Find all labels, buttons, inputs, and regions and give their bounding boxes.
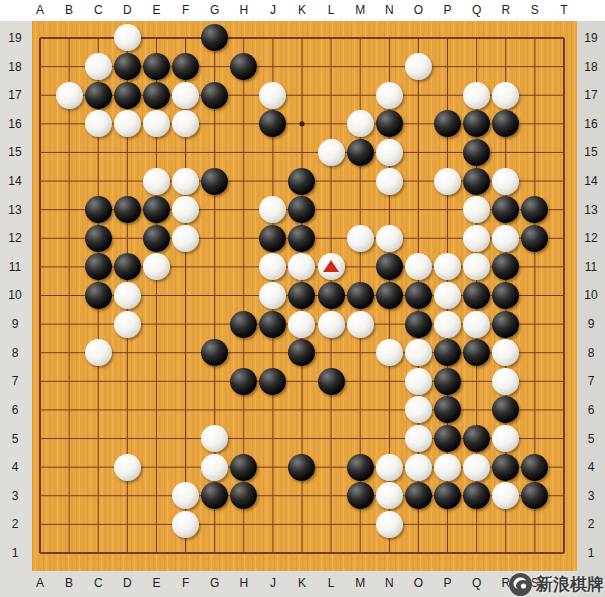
- board-cell-S18[interactable]: [520, 52, 549, 81]
- board-cell-B13[interactable]: [55, 195, 84, 224]
- board-cell-Q7[interactable]: [462, 367, 491, 396]
- board-cell-H4[interactable]: [229, 453, 258, 482]
- board-cell-J19[interactable]: [258, 24, 287, 53]
- board-cell-B15[interactable]: [55, 138, 84, 167]
- board-cell-N5[interactable]: [375, 424, 404, 453]
- board-cell-M5[interactable]: [346, 424, 375, 453]
- board-cell-R16[interactable]: [491, 110, 520, 139]
- board-cell-C19[interactable]: [84, 24, 113, 53]
- board-cell-D1[interactable]: [113, 539, 142, 568]
- board-cell-H6[interactable]: [229, 396, 258, 425]
- board-cell-N13[interactable]: [375, 195, 404, 224]
- board-cell-M18[interactable]: [346, 52, 375, 81]
- board-cell-D6[interactable]: [113, 396, 142, 425]
- board-cell-B7[interactable]: [55, 367, 84, 396]
- board-cell-J4[interactable]: [258, 453, 287, 482]
- board-cell-N15[interactable]: [375, 138, 404, 167]
- board-cell-R18[interactable]: [491, 52, 520, 81]
- board-cell-O5[interactable]: [404, 424, 433, 453]
- board-cell-A8[interactable]: [25, 338, 54, 367]
- board-cell-N1[interactable]: [375, 539, 404, 568]
- board-cell-G18[interactable]: [200, 52, 229, 81]
- board-cell-A6[interactable]: [25, 396, 54, 425]
- board-cell-O6[interactable]: [404, 396, 433, 425]
- board-cell-D11[interactable]: [113, 253, 142, 282]
- board-cell-M9[interactable]: [346, 310, 375, 339]
- board-cell-T5[interactable]: [549, 424, 578, 453]
- board-cell-K1[interactable]: [287, 539, 316, 568]
- board-cell-M4[interactable]: [346, 453, 375, 482]
- board-cell-O16[interactable]: [404, 110, 433, 139]
- board-cell-D12[interactable]: [113, 224, 142, 253]
- board-cell-Q13[interactable]: [462, 195, 491, 224]
- board-cell-P15[interactable]: [433, 138, 462, 167]
- board-cell-J16[interactable]: [258, 110, 287, 139]
- board-cell-C4[interactable]: [84, 453, 113, 482]
- board-cell-M10[interactable]: [346, 281, 375, 310]
- board-cell-C17[interactable]: [84, 81, 113, 110]
- board-cell-H11[interactable]: [229, 253, 258, 282]
- board-cell-A7[interactable]: [25, 367, 54, 396]
- board-cell-E10[interactable]: [142, 281, 171, 310]
- board-cell-F11[interactable]: [171, 253, 200, 282]
- board-cell-P2[interactable]: [433, 510, 462, 539]
- board-cell-G14[interactable]: [200, 167, 229, 196]
- board-cell-D4[interactable]: [113, 453, 142, 482]
- board-cell-E17[interactable]: [142, 81, 171, 110]
- board-cell-R1[interactable]: [491, 539, 520, 568]
- board-cell-Q16[interactable]: [462, 110, 491, 139]
- board-cell-S5[interactable]: [520, 424, 549, 453]
- board-cell-G6[interactable]: [200, 396, 229, 425]
- board-cell-Q2[interactable]: [462, 510, 491, 539]
- board-cell-R4[interactable]: [491, 453, 520, 482]
- board-cell-O1[interactable]: [404, 539, 433, 568]
- board-cell-L5[interactable]: [316, 424, 345, 453]
- board-cell-K6[interactable]: [287, 396, 316, 425]
- board-cell-M19[interactable]: [346, 24, 375, 53]
- board-cell-T11[interactable]: [549, 253, 578, 282]
- board-cell-A3[interactable]: [25, 481, 54, 510]
- board-cell-L1[interactable]: [316, 539, 345, 568]
- board-cell-D18[interactable]: [113, 52, 142, 81]
- board-cell-Q14[interactable]: [462, 167, 491, 196]
- board-cell-A5[interactable]: [25, 424, 54, 453]
- board-cell-E4[interactable]: [142, 453, 171, 482]
- board-cell-K14[interactable]: [287, 167, 316, 196]
- board-cell-N4[interactable]: [375, 453, 404, 482]
- board-cell-T12[interactable]: [549, 224, 578, 253]
- board-cell-N6[interactable]: [375, 396, 404, 425]
- board-cell-H12[interactable]: [229, 224, 258, 253]
- board-cell-L18[interactable]: [316, 52, 345, 81]
- board-cell-S19[interactable]: [520, 24, 549, 53]
- board-cell-P9[interactable]: [433, 310, 462, 339]
- board-cell-G7[interactable]: [200, 367, 229, 396]
- board-cell-D19[interactable]: [113, 24, 142, 53]
- board-cell-E11[interactable]: [142, 253, 171, 282]
- board-cell-F16[interactable]: [171, 110, 200, 139]
- board-cell-G17[interactable]: [200, 81, 229, 110]
- board-cell-G2[interactable]: [200, 510, 229, 539]
- board-cell-E2[interactable]: [142, 510, 171, 539]
- board-cell-A1[interactable]: [25, 539, 54, 568]
- board-cell-M17[interactable]: [346, 81, 375, 110]
- board-cell-H18[interactable]: [229, 52, 258, 81]
- board-cell-B18[interactable]: [55, 52, 84, 81]
- board-cell-M11[interactable]: [346, 253, 375, 282]
- board-cell-A19[interactable]: [25, 24, 54, 53]
- board-cell-J15[interactable]: [258, 138, 287, 167]
- board-cell-B3[interactable]: [55, 481, 84, 510]
- board-cell-K13[interactable]: [287, 195, 316, 224]
- board-cell-R13[interactable]: [491, 195, 520, 224]
- board-cell-M8[interactable]: [346, 338, 375, 367]
- board-cell-B19[interactable]: [55, 24, 84, 53]
- board-cell-L9[interactable]: [316, 310, 345, 339]
- board-cell-T17[interactable]: [549, 81, 578, 110]
- board-cell-C14[interactable]: [84, 167, 113, 196]
- board-cell-S3[interactable]: [520, 481, 549, 510]
- board-cell-G11[interactable]: [200, 253, 229, 282]
- board-cell-T19[interactable]: [549, 24, 578, 53]
- board-cell-G8[interactable]: [200, 338, 229, 367]
- board-cell-B16[interactable]: [55, 110, 84, 139]
- board-cell-E12[interactable]: [142, 224, 171, 253]
- board-cell-O14[interactable]: [404, 167, 433, 196]
- board-cell-E16[interactable]: [142, 110, 171, 139]
- board-cell-H10[interactable]: [229, 281, 258, 310]
- board-cell-N9[interactable]: [375, 310, 404, 339]
- board-cell-S9[interactable]: [520, 310, 549, 339]
- board-cell-O3[interactable]: [404, 481, 433, 510]
- board-cell-O2[interactable]: [404, 510, 433, 539]
- board-cell-N11[interactable]: [375, 253, 404, 282]
- board-cell-P8[interactable]: [433, 338, 462, 367]
- board-cell-N3[interactable]: [375, 481, 404, 510]
- board-cell-E13[interactable]: [142, 195, 171, 224]
- board-cell-M1[interactable]: [346, 539, 375, 568]
- board-cell-N14[interactable]: [375, 167, 404, 196]
- board-cell-O8[interactable]: [404, 338, 433, 367]
- board-cell-P7[interactable]: [433, 367, 462, 396]
- board-cell-O15[interactable]: [404, 138, 433, 167]
- board-cell-H8[interactable]: [229, 338, 258, 367]
- board-cell-G4[interactable]: [200, 453, 229, 482]
- board-cell-Q4[interactable]: [462, 453, 491, 482]
- board-cell-S14[interactable]: [520, 167, 549, 196]
- board-cell-O18[interactable]: [404, 52, 433, 81]
- board-cell-T3[interactable]: [549, 481, 578, 510]
- board-cell-F10[interactable]: [171, 281, 200, 310]
- board-cell-Q18[interactable]: [462, 52, 491, 81]
- board-cell-T4[interactable]: [549, 453, 578, 482]
- board-cell-L17[interactable]: [316, 81, 345, 110]
- board-cell-L16[interactable]: [316, 110, 345, 139]
- board-cell-S13[interactable]: [520, 195, 549, 224]
- board-cell-F8[interactable]: [171, 338, 200, 367]
- board-cell-F17[interactable]: [171, 81, 200, 110]
- board-cell-H3[interactable]: [229, 481, 258, 510]
- board-cell-G3[interactable]: [200, 481, 229, 510]
- board-cell-R19[interactable]: [491, 24, 520, 53]
- board-cell-O10[interactable]: [404, 281, 433, 310]
- board-cell-S17[interactable]: [520, 81, 549, 110]
- board-cell-T16[interactable]: [549, 110, 578, 139]
- board-cell-T8[interactable]: [549, 338, 578, 367]
- board-cell-B4[interactable]: [55, 453, 84, 482]
- board-cell-L12[interactable]: [316, 224, 345, 253]
- board-cell-H13[interactable]: [229, 195, 258, 224]
- board-cell-N16[interactable]: [375, 110, 404, 139]
- board-cell-S15[interactable]: [520, 138, 549, 167]
- board-cell-K8[interactable]: [287, 338, 316, 367]
- board-cell-G12[interactable]: [200, 224, 229, 253]
- board-cell-C16[interactable]: [84, 110, 113, 139]
- board-cell-N18[interactable]: [375, 52, 404, 81]
- board-cell-K9[interactable]: [287, 310, 316, 339]
- board-cell-B1[interactable]: [55, 539, 84, 568]
- board-cell-B6[interactable]: [55, 396, 84, 425]
- board-cell-K4[interactable]: [287, 453, 316, 482]
- board-cell-N7[interactable]: [375, 367, 404, 396]
- board-cell-J8[interactable]: [258, 338, 287, 367]
- board-cell-A17[interactable]: [25, 81, 54, 110]
- board-cell-B17[interactable]: [55, 81, 84, 110]
- board-cell-O11[interactable]: [404, 253, 433, 282]
- board-cell-H19[interactable]: [229, 24, 258, 53]
- board-cell-C12[interactable]: [84, 224, 113, 253]
- board-cell-D15[interactable]: [113, 138, 142, 167]
- board-cell-Q15[interactable]: [462, 138, 491, 167]
- board-cell-P5[interactable]: [433, 424, 462, 453]
- board-cell-A10[interactable]: [25, 281, 54, 310]
- board-cell-F19[interactable]: [171, 24, 200, 53]
- board-cell-T15[interactable]: [549, 138, 578, 167]
- board-cell-E5[interactable]: [142, 424, 171, 453]
- board-cell-N17[interactable]: [375, 81, 404, 110]
- board-cell-H2[interactable]: [229, 510, 258, 539]
- board-cell-L4[interactable]: [316, 453, 345, 482]
- board-cell-G5[interactable]: [200, 424, 229, 453]
- board-cell-E15[interactable]: [142, 138, 171, 167]
- board-cell-D17[interactable]: [113, 81, 142, 110]
- board-cell-F6[interactable]: [171, 396, 200, 425]
- board-cell-D8[interactable]: [113, 338, 142, 367]
- board-cell-G10[interactable]: [200, 281, 229, 310]
- board-cell-C9[interactable]: [84, 310, 113, 339]
- board-cell-P18[interactable]: [433, 52, 462, 81]
- board-cell-H14[interactable]: [229, 167, 258, 196]
- board-cell-E3[interactable]: [142, 481, 171, 510]
- board-cell-P16[interactable]: [433, 110, 462, 139]
- board-cell-C1[interactable]: [84, 539, 113, 568]
- board-cell-E18[interactable]: [142, 52, 171, 81]
- board-cell-P6[interactable]: [433, 396, 462, 425]
- board-cell-L11[interactable]: [316, 253, 345, 282]
- board-cell-F14[interactable]: [171, 167, 200, 196]
- board-cell-E9[interactable]: [142, 310, 171, 339]
- board-cell-T1[interactable]: [549, 539, 578, 568]
- board-cell-A12[interactable]: [25, 224, 54, 253]
- board-cell-B10[interactable]: [55, 281, 84, 310]
- board-cell-J12[interactable]: [258, 224, 287, 253]
- board-cell-E6[interactable]: [142, 396, 171, 425]
- board-cell-F18[interactable]: [171, 52, 200, 81]
- board-cell-B8[interactable]: [55, 338, 84, 367]
- board-cell-M12[interactable]: [346, 224, 375, 253]
- board-cell-T6[interactable]: [549, 396, 578, 425]
- board-cell-C8[interactable]: [84, 338, 113, 367]
- board-cell-L19[interactable]: [316, 24, 345, 53]
- board-cell-Q5[interactable]: [462, 424, 491, 453]
- board-cell-J1[interactable]: [258, 539, 287, 568]
- board-cell-H15[interactable]: [229, 138, 258, 167]
- board-cell-O17[interactable]: [404, 81, 433, 110]
- board-cell-K2[interactable]: [287, 510, 316, 539]
- board-cell-M15[interactable]: [346, 138, 375, 167]
- board-cell-H9[interactable]: [229, 310, 258, 339]
- board-cell-N8[interactable]: [375, 338, 404, 367]
- board-cell-M13[interactable]: [346, 195, 375, 224]
- board-cell-N10[interactable]: [375, 281, 404, 310]
- board-cell-N19[interactable]: [375, 24, 404, 53]
- board-cell-R8[interactable]: [491, 338, 520, 367]
- board-cell-S12[interactable]: [520, 224, 549, 253]
- board-cell-R3[interactable]: [491, 481, 520, 510]
- board-cell-A2[interactable]: [25, 510, 54, 539]
- board-cell-K19[interactable]: [287, 24, 316, 53]
- board-cell-T18[interactable]: [549, 52, 578, 81]
- board-cell-B9[interactable]: [55, 310, 84, 339]
- board-cell-F3[interactable]: [171, 481, 200, 510]
- board-cell-L14[interactable]: [316, 167, 345, 196]
- board-cell-C15[interactable]: [84, 138, 113, 167]
- board-cell-J10[interactable]: [258, 281, 287, 310]
- board-cell-K11[interactable]: [287, 253, 316, 282]
- board-cell-N2[interactable]: [375, 510, 404, 539]
- board-cell-A16[interactable]: [25, 110, 54, 139]
- board-cell-Q1[interactable]: [462, 539, 491, 568]
- board-cell-C10[interactable]: [84, 281, 113, 310]
- board-cell-K17[interactable]: [287, 81, 316, 110]
- board-cell-B2[interactable]: [55, 510, 84, 539]
- board-cell-R17[interactable]: [491, 81, 520, 110]
- board-cell-Q8[interactable]: [462, 338, 491, 367]
- board-cell-P10[interactable]: [433, 281, 462, 310]
- board-cell-A14[interactable]: [25, 167, 54, 196]
- board-cell-F9[interactable]: [171, 310, 200, 339]
- board-cell-B14[interactable]: [55, 167, 84, 196]
- board-cell-H1[interactable]: [229, 539, 258, 568]
- board-cell-D13[interactable]: [113, 195, 142, 224]
- board-cell-L2[interactable]: [316, 510, 345, 539]
- board-cell-L6[interactable]: [316, 396, 345, 425]
- board-cell-P1[interactable]: [433, 539, 462, 568]
- board-cell-F7[interactable]: [171, 367, 200, 396]
- board-cell-C2[interactable]: [84, 510, 113, 539]
- board-cell-L8[interactable]: [316, 338, 345, 367]
- board-cell-Q17[interactable]: [462, 81, 491, 110]
- board-cell-J7[interactable]: [258, 367, 287, 396]
- board-cell-Q9[interactable]: [462, 310, 491, 339]
- board-cell-C5[interactable]: [84, 424, 113, 453]
- board-cell-E19[interactable]: [142, 24, 171, 53]
- board-cell-R10[interactable]: [491, 281, 520, 310]
- board-cell-M2[interactable]: [346, 510, 375, 539]
- board-cell-O4[interactable]: [404, 453, 433, 482]
- board-cell-K18[interactable]: [287, 52, 316, 81]
- board-cell-E14[interactable]: [142, 167, 171, 196]
- board-cell-Q6[interactable]: [462, 396, 491, 425]
- board-cell-D2[interactable]: [113, 510, 142, 539]
- board-cell-M3[interactable]: [346, 481, 375, 510]
- board-cell-L15[interactable]: [316, 138, 345, 167]
- board-cell-J14[interactable]: [258, 167, 287, 196]
- board-cell-J6[interactable]: [258, 396, 287, 425]
- board-cell-R15[interactable]: [491, 138, 520, 167]
- board-cell-F13[interactable]: [171, 195, 200, 224]
- board-cell-A13[interactable]: [25, 195, 54, 224]
- board-cell-H16[interactable]: [229, 110, 258, 139]
- board-cell-G1[interactable]: [200, 539, 229, 568]
- board-cell-C18[interactable]: [84, 52, 113, 81]
- board-cell-Q3[interactable]: [462, 481, 491, 510]
- board-cell-H7[interactable]: [229, 367, 258, 396]
- board-cell-D16[interactable]: [113, 110, 142, 139]
- board-cell-J18[interactable]: [258, 52, 287, 81]
- board-cell-S6[interactable]: [520, 396, 549, 425]
- board-cell-T14[interactable]: [549, 167, 578, 196]
- board-cell-J17[interactable]: [258, 81, 287, 110]
- board-cell-M6[interactable]: [346, 396, 375, 425]
- board-cell-J11[interactable]: [258, 253, 287, 282]
- board-cell-E8[interactable]: [142, 338, 171, 367]
- board-cell-A18[interactable]: [25, 52, 54, 81]
- board-cell-T10[interactable]: [549, 281, 578, 310]
- board-cell-F5[interactable]: [171, 424, 200, 453]
- board-cell-G16[interactable]: [200, 110, 229, 139]
- board-cell-M14[interactable]: [346, 167, 375, 196]
- board-cell-J2[interactable]: [258, 510, 287, 539]
- board-cell-G19[interactable]: [200, 24, 229, 53]
- board-cell-T9[interactable]: [549, 310, 578, 339]
- board-cell-E1[interactable]: [142, 539, 171, 568]
- board-cell-R14[interactable]: [491, 167, 520, 196]
- board-cell-K15[interactable]: [287, 138, 316, 167]
- board-cell-O7[interactable]: [404, 367, 433, 396]
- board-cell-P3[interactable]: [433, 481, 462, 510]
- board-cell-T7[interactable]: [549, 367, 578, 396]
- board-cell-S1[interactable]: [520, 539, 549, 568]
- board-cell-K7[interactable]: [287, 367, 316, 396]
- board-cell-S11[interactable]: [520, 253, 549, 282]
- board-cell-T13[interactable]: [549, 195, 578, 224]
- board-cell-C7[interactable]: [84, 367, 113, 396]
- board-cell-A11[interactable]: [25, 253, 54, 282]
- board-cell-D14[interactable]: [113, 167, 142, 196]
- board-cell-M7[interactable]: [346, 367, 375, 396]
- board-cell-D7[interactable]: [113, 367, 142, 396]
- board-cell-P13[interactable]: [433, 195, 462, 224]
- board-cell-S7[interactable]: [520, 367, 549, 396]
- board-cell-M16[interactable]: [346, 110, 375, 139]
- board-cell-K16[interactable]: [287, 110, 316, 139]
- board-cell-A15[interactable]: [25, 138, 54, 167]
- board-cell-T2[interactable]: [549, 510, 578, 539]
- board-cell-P17[interactable]: [433, 81, 462, 110]
- board-cell-K3[interactable]: [287, 481, 316, 510]
